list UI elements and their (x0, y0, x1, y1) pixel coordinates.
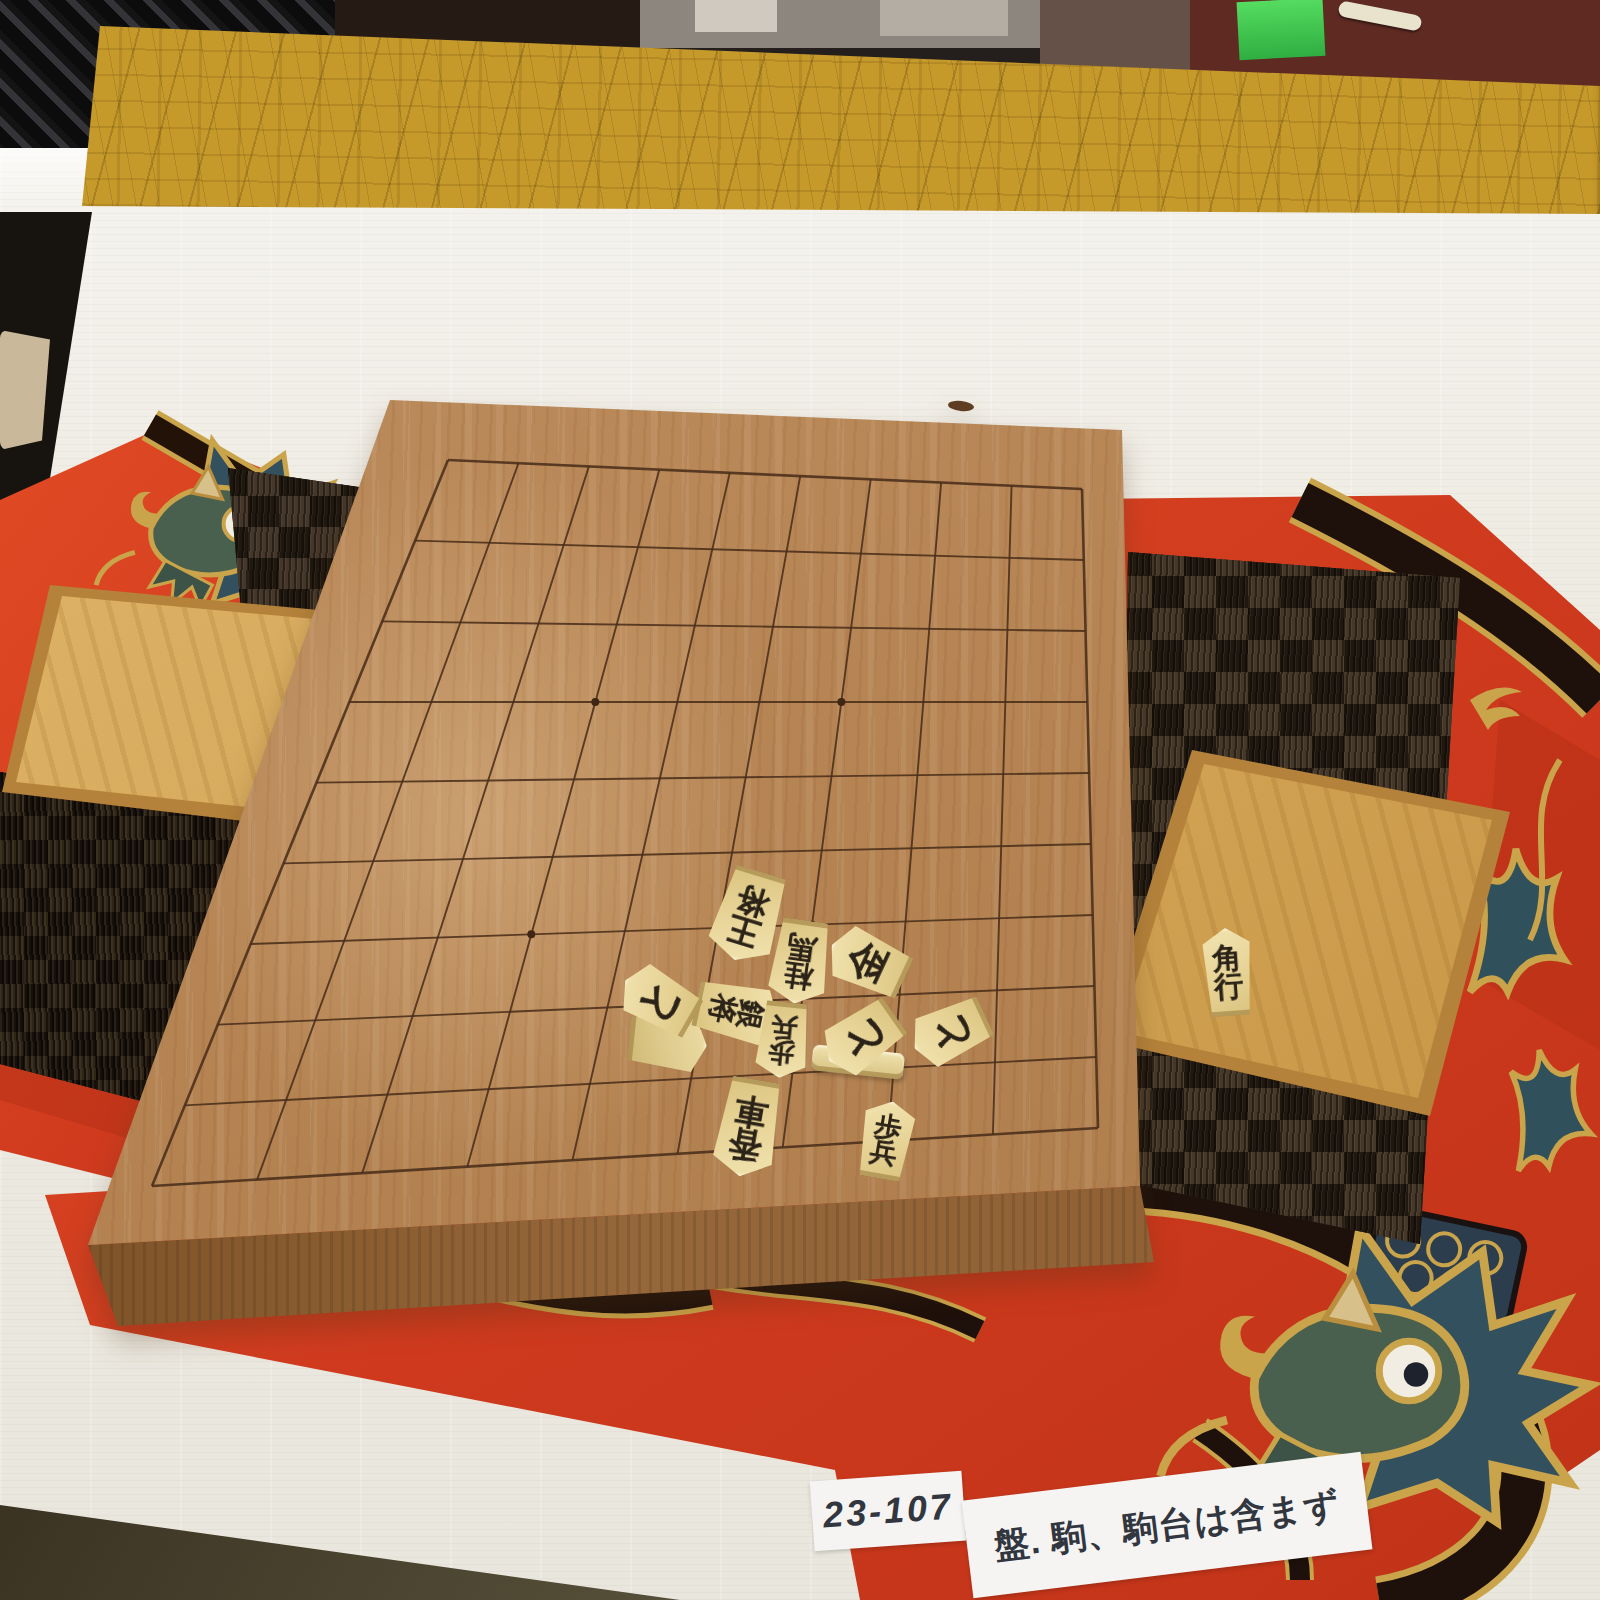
inventory-tag-label: 23-107 (810, 1471, 967, 1551)
piece-kanji: 香 車 (725, 1092, 770, 1164)
shogi-piece-pawn-fuhyo: 歩 兵 (847, 1096, 926, 1184)
shogi-set-photo: 香 車 歩 兵 桂 馬 王 将 金 銀 将 歩 兵 と と と 角 行 23-1… (0, 0, 1600, 1600)
inventory-tag-text: 23-107 (822, 1486, 955, 1537)
piece-kanji: 歩 兵 (868, 1112, 904, 1169)
piece-kanji: と (924, 1005, 977, 1059)
piece-kanji: 角 行 (1212, 943, 1245, 1002)
piece-kanji: 銀 将 (706, 992, 768, 1032)
shogi-piece-lance-kyosha: 香 車 (701, 1073, 795, 1183)
shogi-piece-tokin: と (900, 984, 1000, 1080)
shogi-piece-bishop-kakugyo: 角 行 (1194, 926, 1262, 1018)
piece-kanji: 歩 兵 (767, 1013, 798, 1066)
piece-kanji: 金 (842, 936, 894, 989)
shogi-piece-promoted-gold: 金 (817, 912, 920, 1011)
pieces-layer: 香 車 歩 兵 桂 馬 王 将 金 銀 将 歩 兵 と と と 角 行 (0, 0, 1600, 1600)
piece-kanji: 桂 馬 (782, 932, 819, 992)
piece-kanji: 王 将 (724, 881, 773, 950)
sale-note-text: 盤. 駒、駒台は含まず (991, 1480, 1342, 1569)
